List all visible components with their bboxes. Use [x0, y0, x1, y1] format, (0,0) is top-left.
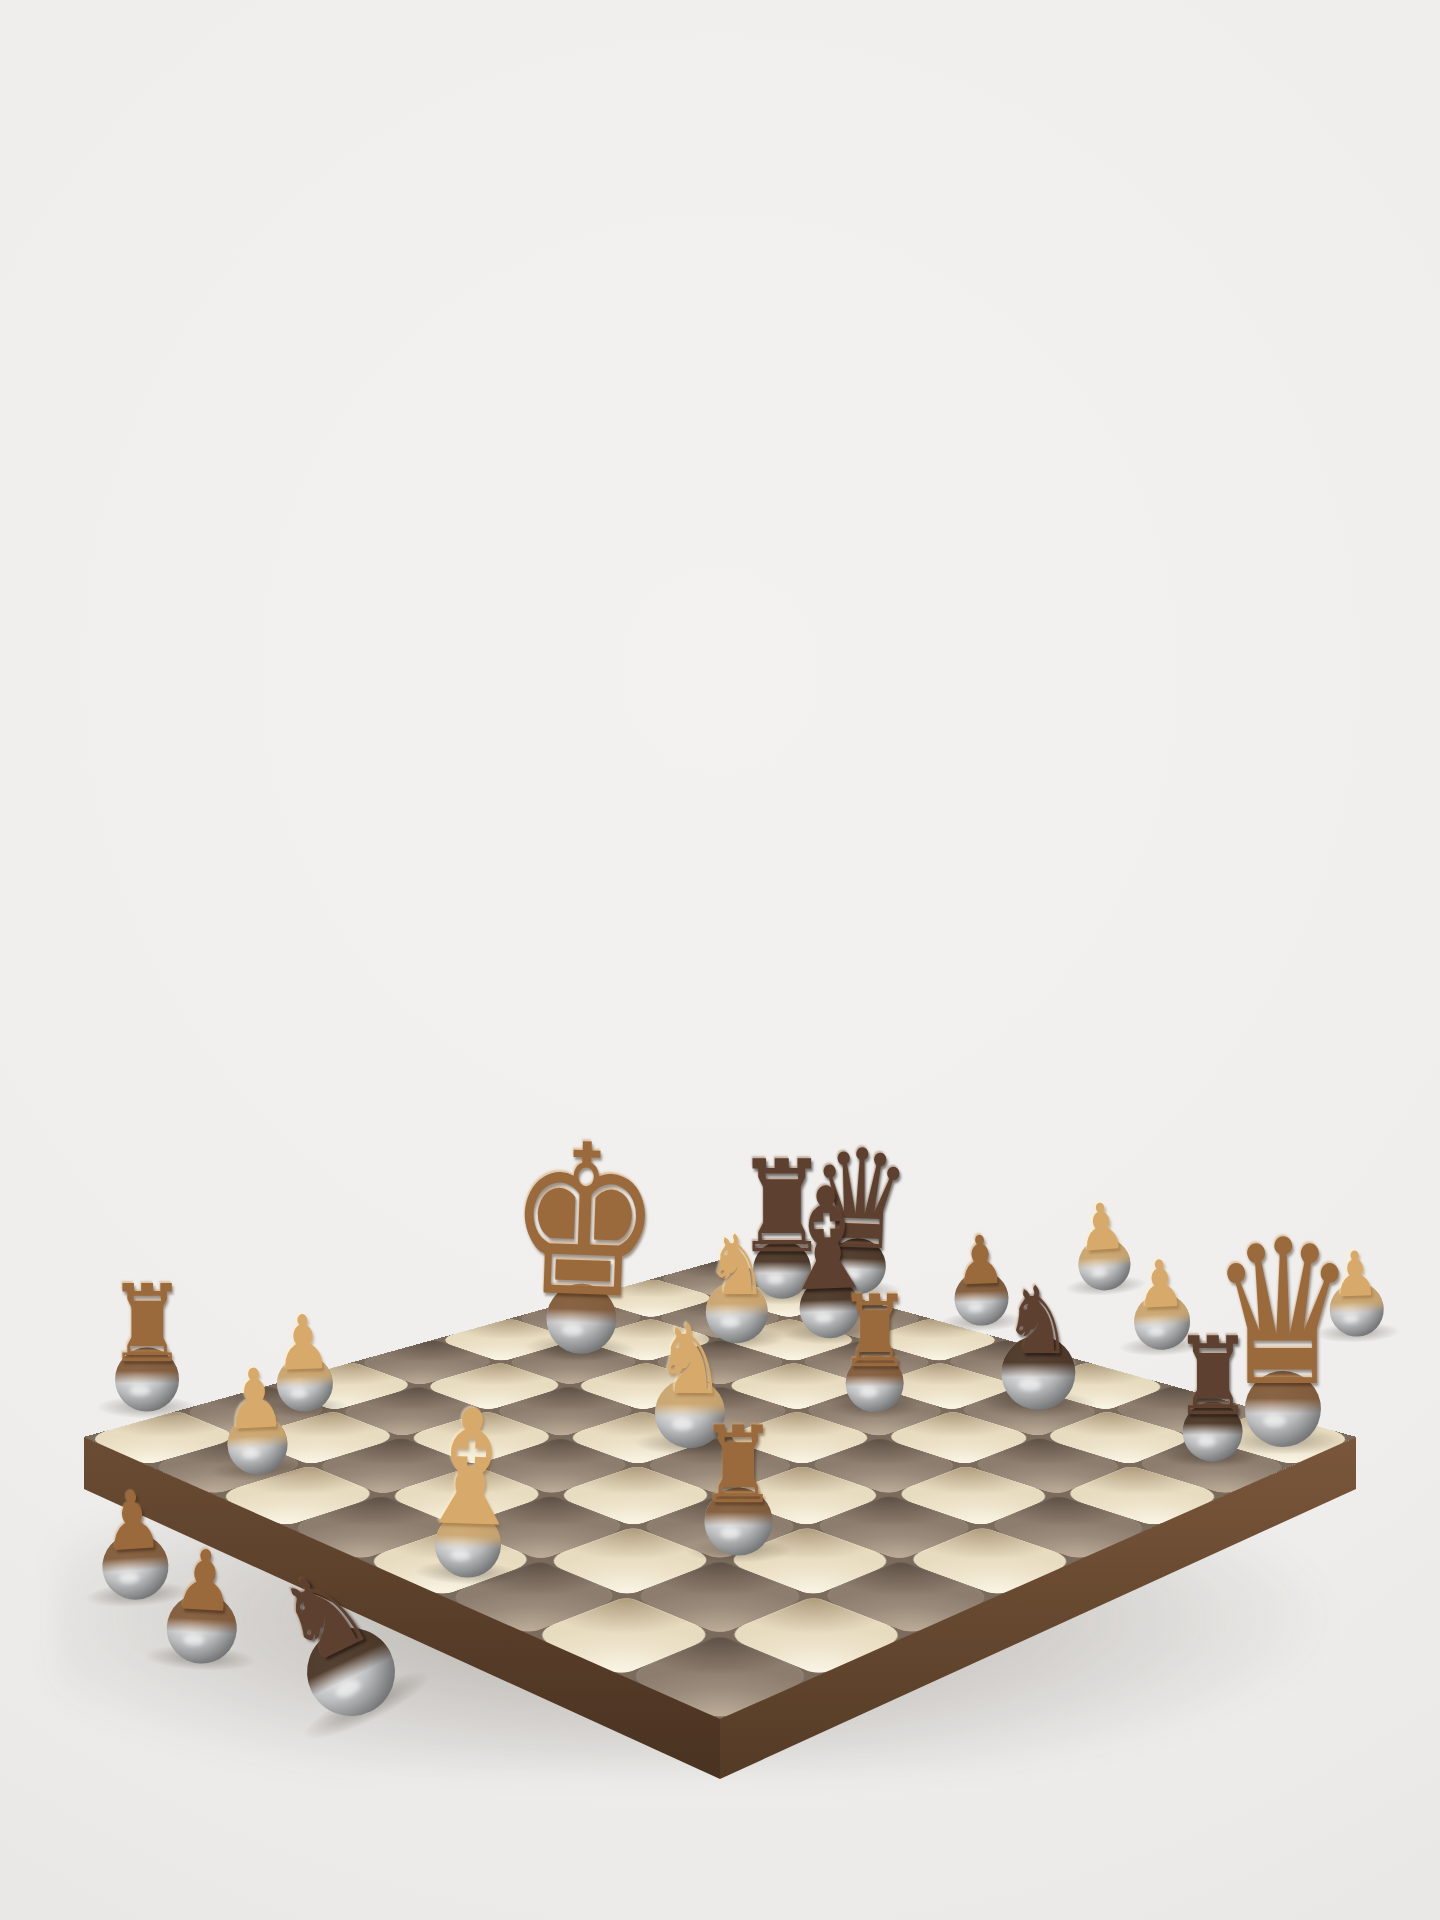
chess-piece-walnut-pawn: ♟	[95, 1488, 173, 1602]
chess-piece-walnut-rook: ♜	[690, 1424, 785, 1556]
rook-glyph: ♜	[839, 1292, 912, 1371]
knight-glyph: ♞	[1004, 1284, 1072, 1358]
chess-piece-walnut-pawn: ♟	[163, 1547, 243, 1666]
pawn-glyph: ♟	[102, 1489, 164, 1556]
chess-piece-walnut-rook: ♜	[99, 1282, 195, 1412]
pawn-glyph: ♟	[1135, 1258, 1185, 1312]
chess-piece-walnut-rook: ♜	[1165, 1334, 1262, 1462]
product-photo-scene: ♜♟♟♝♚♞♞♜♝♛♟♜♞♜♜♛♟♟♟♟♟♞	[0, 0, 1440, 1920]
knight-glyph: ♞	[655, 1322, 726, 1399]
knight-glyph: ♞	[266, 1557, 380, 1675]
chess-piece-walnut-rook: ♜	[831, 1292, 920, 1412]
bishop-glyph: ♝	[410, 1403, 531, 1534]
pawn-glyph: ♟	[223, 1365, 287, 1434]
chess-piece-maple-pawn: ♟	[217, 1365, 296, 1476]
chess-piece-walnut-knight: ♞	[258, 1553, 416, 1734]
pawn-glyph: ♟	[172, 1547, 236, 1616]
pieces-layer: ♜♟♟♝♚♞♞♜♝♛♟♜♞♜♜♛♟♟♟♟♟♞	[0, 0, 1440, 1920]
chess-piece-maple-bishop: ♝	[396, 1402, 545, 1580]
pawn-glyph: ♟	[955, 1234, 1006, 1289]
rook-glyph: ♜	[699, 1424, 777, 1509]
chess-piece-walnut-knight: ♞	[996, 1284, 1079, 1410]
king-glyph: ♚	[505, 1135, 664, 1307]
rook-glyph: ♜	[1173, 1334, 1252, 1420]
knight-glyph: ♞	[706, 1233, 767, 1299]
rook-glyph: ♜	[108, 1282, 187, 1368]
pawn-glyph: ♟	[1076, 1201, 1127, 1255]
chess-piece-maple-pawn: ♟	[1071, 1201, 1134, 1292]
